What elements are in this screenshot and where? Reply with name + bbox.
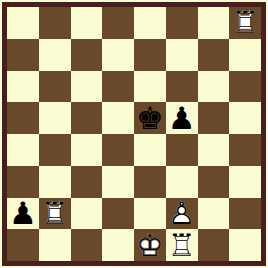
king-outline-glyph: ♔ — [136, 230, 164, 261]
square-e4[interactable] — [134, 134, 166, 166]
square-h8[interactable]: ♜♖ — [229, 7, 261, 39]
square-b6[interactable] — [39, 71, 71, 103]
square-f6[interactable] — [166, 71, 198, 103]
square-c8[interactable] — [71, 7, 103, 39]
square-b3[interactable] — [39, 166, 71, 198]
square-g8[interactable] — [198, 7, 230, 39]
square-h1[interactable] — [229, 229, 261, 261]
square-a5[interactable] — [7, 102, 39, 134]
piece-white-rook[interactable]: ♜♖ — [41, 198, 69, 229]
square-h5[interactable] — [229, 102, 261, 134]
square-g7[interactable] — [198, 39, 230, 71]
square-d7[interactable] — [102, 39, 134, 71]
piece-black-pawn[interactable]: ♟ — [9, 198, 37, 229]
square-g3[interactable] — [198, 166, 230, 198]
square-d4[interactable] — [102, 134, 134, 166]
square-c2[interactable] — [71, 198, 103, 230]
square-e1[interactable]: ♚♔ — [134, 229, 166, 261]
square-d5[interactable] — [102, 102, 134, 134]
board-border: ♜♖♚♟♟♜♖♟♙♚♔♜♖ — [2, 2, 266, 266]
square-h2[interactable] — [229, 198, 261, 230]
rook-outline-glyph: ♖ — [41, 198, 69, 229]
square-h7[interactable] — [229, 39, 261, 71]
square-g1[interactable] — [198, 229, 230, 261]
square-a3[interactable] — [7, 166, 39, 198]
square-f2[interactable]: ♟♙ — [166, 198, 198, 230]
square-g4[interactable] — [198, 134, 230, 166]
square-a2[interactable]: ♟ — [7, 198, 39, 230]
square-e6[interactable] — [134, 71, 166, 103]
square-c1[interactable] — [71, 229, 103, 261]
square-f3[interactable] — [166, 166, 198, 198]
square-a6[interactable] — [7, 71, 39, 103]
square-b4[interactable] — [39, 134, 71, 166]
square-c6[interactable] — [71, 71, 103, 103]
square-g5[interactable] — [198, 102, 230, 134]
piece-white-king[interactable]: ♚♔ — [136, 230, 164, 261]
piece-white-pawn[interactable]: ♟♙ — [168, 198, 196, 229]
square-d8[interactable] — [102, 7, 134, 39]
square-d1[interactable] — [102, 229, 134, 261]
square-a8[interactable] — [7, 7, 39, 39]
square-b2[interactable]: ♜♖ — [39, 198, 71, 230]
square-f8[interactable] — [166, 7, 198, 39]
square-a7[interactable] — [7, 39, 39, 71]
square-g6[interactable] — [198, 71, 230, 103]
square-c7[interactable] — [71, 39, 103, 71]
square-f7[interactable] — [166, 39, 198, 71]
square-e7[interactable] — [134, 39, 166, 71]
piece-white-rook[interactable]: ♜♖ — [231, 7, 259, 38]
square-f5[interactable]: ♟ — [166, 102, 198, 134]
square-b5[interactable] — [39, 102, 71, 134]
square-a1[interactable] — [7, 229, 39, 261]
piece-black-king[interactable]: ♚ — [136, 103, 164, 134]
square-e8[interactable] — [134, 7, 166, 39]
square-b7[interactable] — [39, 39, 71, 71]
square-b1[interactable] — [39, 229, 71, 261]
square-g2[interactable] — [198, 198, 230, 230]
square-d3[interactable] — [102, 166, 134, 198]
square-e2[interactable] — [134, 198, 166, 230]
square-f1[interactable]: ♜♖ — [166, 229, 198, 261]
square-a4[interactable] — [7, 134, 39, 166]
piece-black-pawn[interactable]: ♟ — [168, 103, 196, 134]
square-d2[interactable] — [102, 198, 134, 230]
chess-board: ♜♖♚♟♟♜♖♟♙♚♔♜♖ — [7, 7, 261, 261]
square-e5[interactable]: ♚ — [134, 102, 166, 134]
square-f4[interactable] — [166, 134, 198, 166]
piece-white-rook[interactable]: ♜♖ — [168, 230, 196, 261]
square-d6[interactable] — [102, 71, 134, 103]
rook-outline-glyph: ♖ — [168, 230, 196, 261]
square-h6[interactable] — [229, 71, 261, 103]
square-c5[interactable] — [71, 102, 103, 134]
square-b8[interactable] — [39, 7, 71, 39]
square-h3[interactable] — [229, 166, 261, 198]
square-c3[interactable] — [71, 166, 103, 198]
square-h4[interactable] — [229, 134, 261, 166]
square-c4[interactable] — [71, 134, 103, 166]
chessboard-frame: ♜♖♚♟♟♜♖♟♙♚♔♜♖ — [0, 0, 268, 268]
square-e3[interactable] — [134, 166, 166, 198]
pawn-outline-glyph: ♙ — [168, 198, 196, 229]
rook-outline-glyph: ♖ — [231, 7, 259, 38]
